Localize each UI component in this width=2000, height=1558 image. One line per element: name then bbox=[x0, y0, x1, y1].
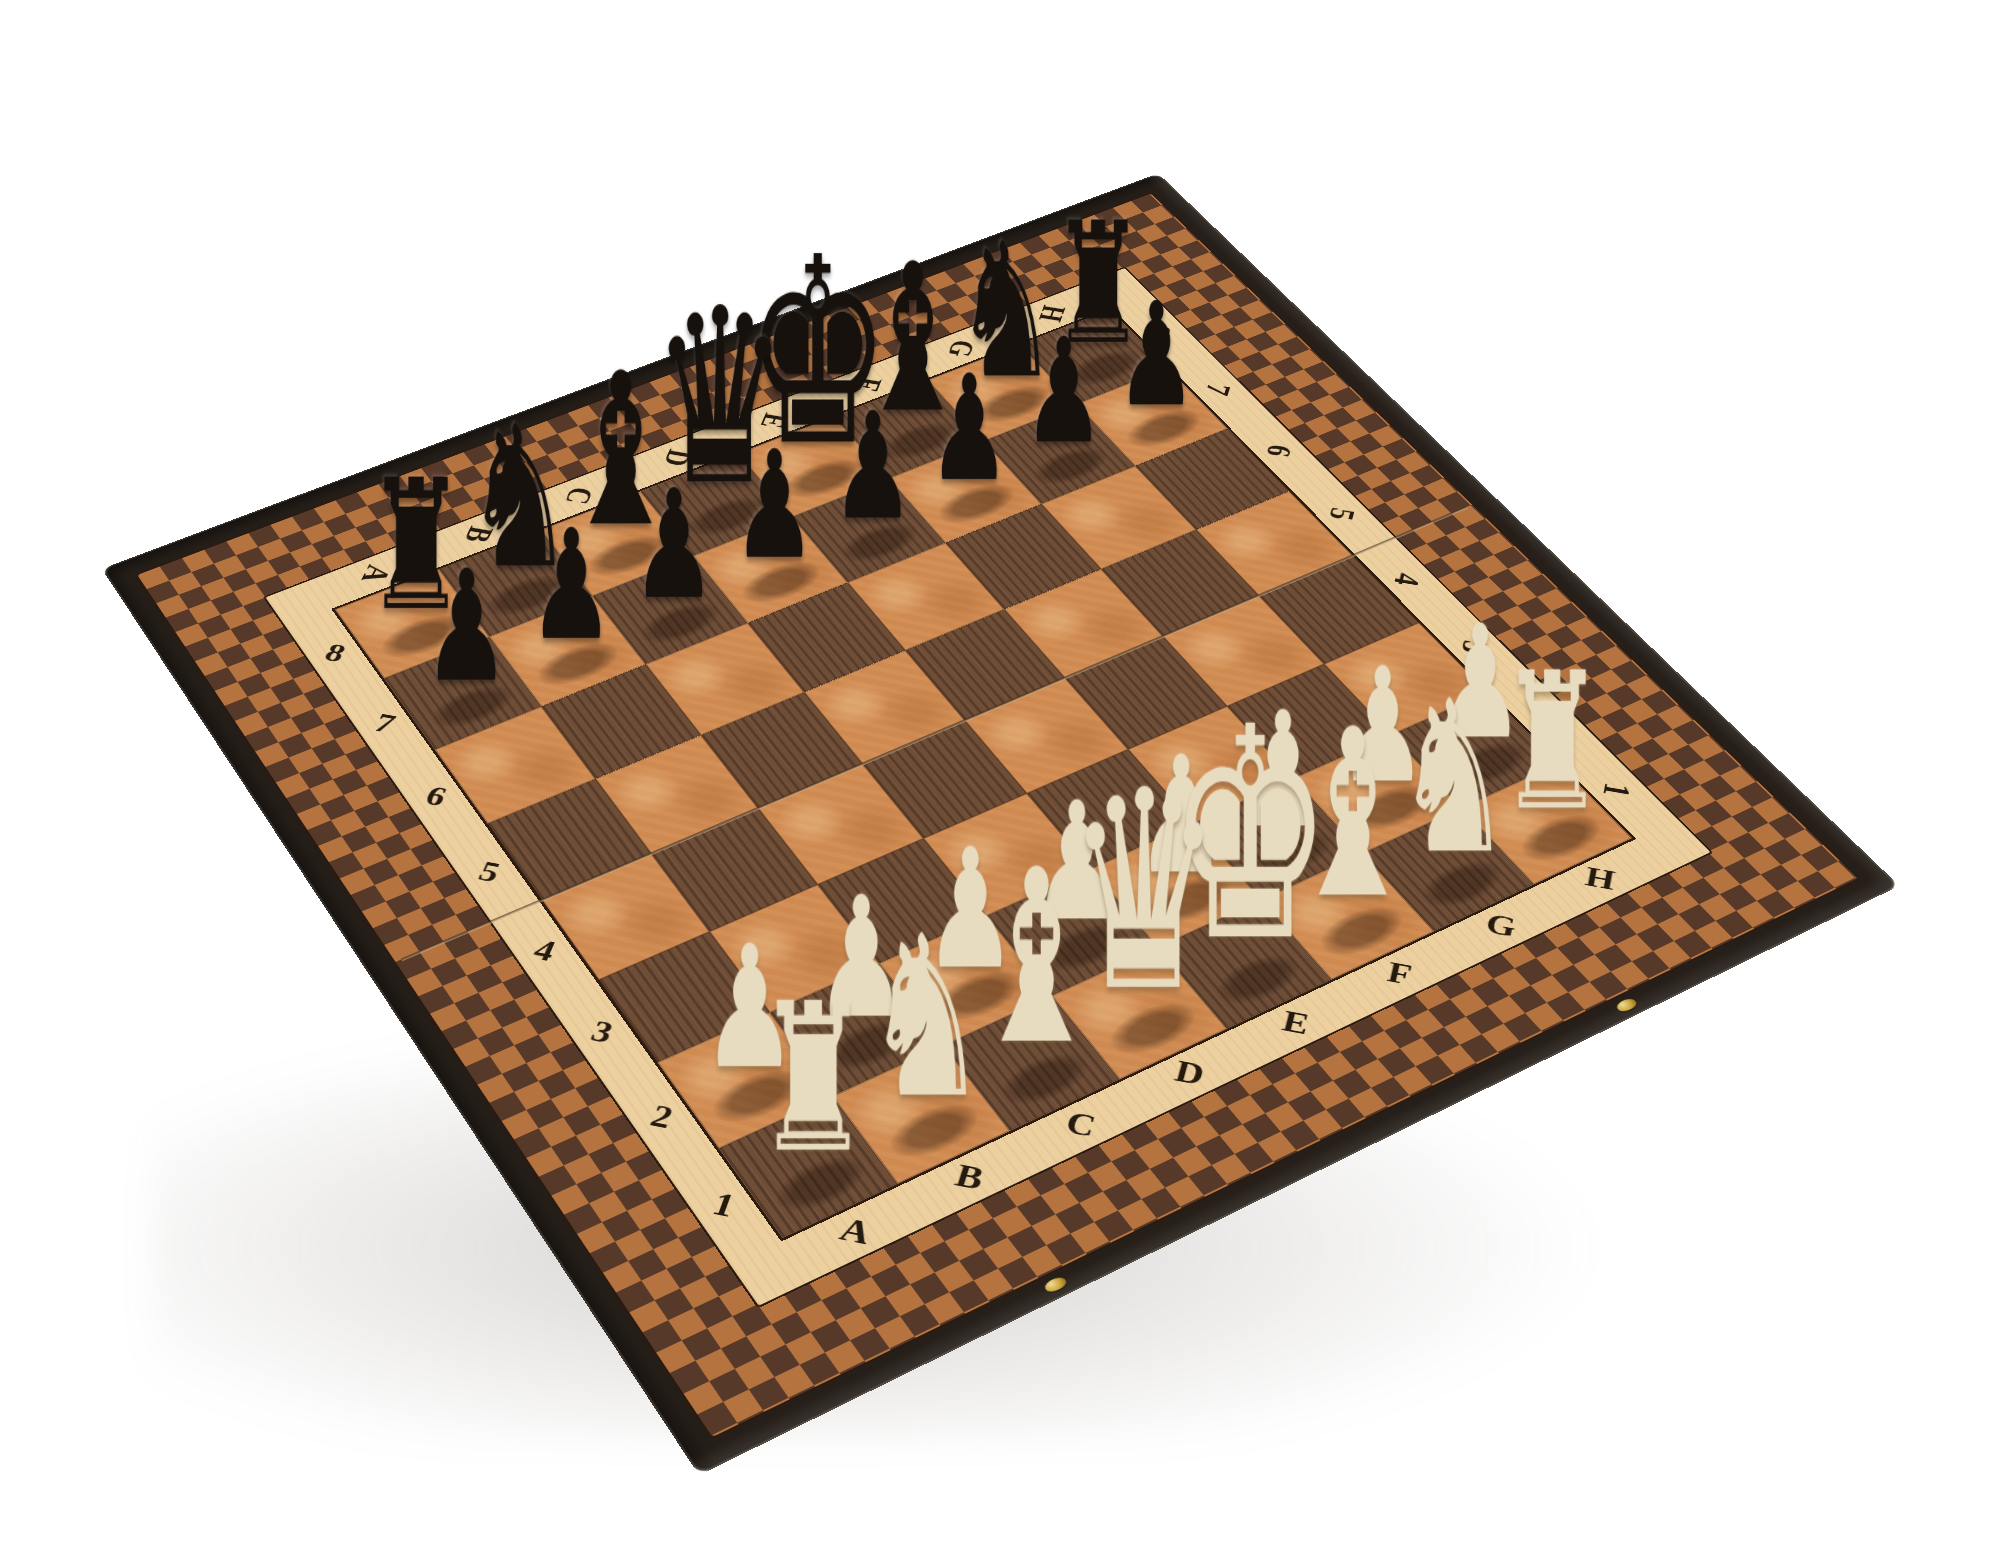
rank-label-2-left: 2 bbox=[647, 1100, 678, 1134]
chess-set-photo: ♜♞♝♛♚♝♞♜♟♟♟♟♟♟♟♟♟♟♟♟♟♟♟♟♜♞♝♛♚♝♞♜ AABBCCD… bbox=[0, 0, 2000, 1558]
piece-contact-shadow bbox=[1411, 852, 1514, 917]
file-label-h-far: H bbox=[1034, 303, 1071, 323]
file-label-h-near: H bbox=[1583, 863, 1617, 895]
piece-contact-shadow bbox=[1240, 821, 1342, 885]
piece-contact-shadow bbox=[765, 1146, 876, 1221]
rank-label-2-right: 2 bbox=[1525, 708, 1563, 726]
file-label-a-near: A bbox=[836, 1213, 875, 1250]
piece-contact-shadow bbox=[679, 490, 773, 544]
piece-contact-shadow bbox=[529, 635, 627, 694]
rank-label-1-right: 1 bbox=[1597, 781, 1636, 800]
coordinate-band: ♜♞♝♛♚♝♞♜♟♟♟♟♟♟♟♟♟♟♟♟♟♟♟♟♜♞♝♛♚♝♞♜ AABBCCD… bbox=[265, 268, 1710, 1306]
rank-label-4-left: 4 bbox=[530, 935, 560, 966]
file-label-b-far: B bbox=[459, 524, 499, 545]
piece-contact-shadow bbox=[477, 568, 573, 625]
black-rook: ♜ bbox=[1011, 207, 1186, 361]
piece-contact-shadow bbox=[1309, 898, 1413, 965]
file-label-g-far: G bbox=[942, 338, 980, 359]
file-label-d-far: D bbox=[658, 447, 697, 468]
piece-contact-shadow bbox=[925, 961, 1031, 1030]
black-king: ♚ bbox=[728, 234, 908, 471]
rank-label-6-right: 6 bbox=[1261, 443, 1297, 459]
piece-contact-shadow bbox=[879, 1094, 988, 1167]
rank-label-4-right: 4 bbox=[1388, 571, 1425, 588]
piece-contact-shadow bbox=[1099, 994, 1206, 1064]
brass-clasp-right bbox=[1614, 997, 1639, 1014]
piece-contact-shadow bbox=[1138, 867, 1241, 933]
file-label-e-far: E bbox=[755, 411, 793, 430]
file-label-f-near: F bbox=[1385, 957, 1415, 989]
file-label-a-far: A bbox=[356, 563, 397, 585]
checker-border: ♜♞♝♛♚♝♞♜♟♟♟♟♟♟♟♟♟♟♟♟♟♟♟♟♜♞♝♛♚♝♞♜ AABBCCD… bbox=[137, 194, 1858, 1437]
rank-label-3-left: 3 bbox=[587, 1016, 617, 1048]
rank-label-8-right: 8 bbox=[1141, 323, 1176, 338]
brass-clasp-left bbox=[1042, 1275, 1069, 1294]
piece-contact-shadow bbox=[1206, 945, 1311, 1013]
file-label-g-near: G bbox=[1484, 909, 1519, 942]
rank-label-7-left: 7 bbox=[370, 709, 399, 737]
chess-board: ♜♞♝♛♚♝♞♜♟♟♟♟♟♟♟♟♟♟♟♟♟♟♟♟♜♞♝♛♚♝♞♜ AABBCCD… bbox=[102, 173, 1900, 1475]
file-label-f-far: F bbox=[850, 375, 887, 393]
piece-contact-shadow bbox=[1033, 914, 1138, 981]
file-label-b-near: B bbox=[952, 1159, 988, 1195]
file-label-d-near: D bbox=[1172, 1056, 1208, 1091]
rank-label-6-left: 6 bbox=[421, 782, 451, 811]
rank-label-5-right: 5 bbox=[1324, 506, 1361, 523]
board-grid: ♜♞♝♛♚♝♞♜♟♟♟♟♟♟♟♟♟♟♟♟♟♟♟♟♜♞♝♛♚♝♞♜ bbox=[335, 310, 1632, 1238]
file-label-c-near: C bbox=[1063, 1107, 1100, 1142]
perspective-scene: ♜♞♝♛♚♝♞♜♟♟♟♟♟♟♟♟♟♟♟♟♟♟♟♟♜♞♝♛♚♝♞♜ AABBCCD… bbox=[0, 0, 2000, 1558]
piece-contact-shadow bbox=[991, 1043, 1099, 1115]
rank-label-7-right: 7 bbox=[1200, 382, 1236, 398]
rank-label-1-left: 1 bbox=[708, 1187, 739, 1222]
rank-label-8-left: 8 bbox=[321, 640, 350, 667]
file-label-e-near: E bbox=[1280, 1006, 1313, 1039]
file-label-c-far: C bbox=[559, 485, 599, 506]
piece-contact-shadow bbox=[1510, 806, 1612, 870]
rank-label-5-left: 5 bbox=[474, 857, 504, 887]
piece-contact-shadow bbox=[733, 554, 829, 610]
rank-label-3-right: 3 bbox=[1456, 638, 1494, 656]
